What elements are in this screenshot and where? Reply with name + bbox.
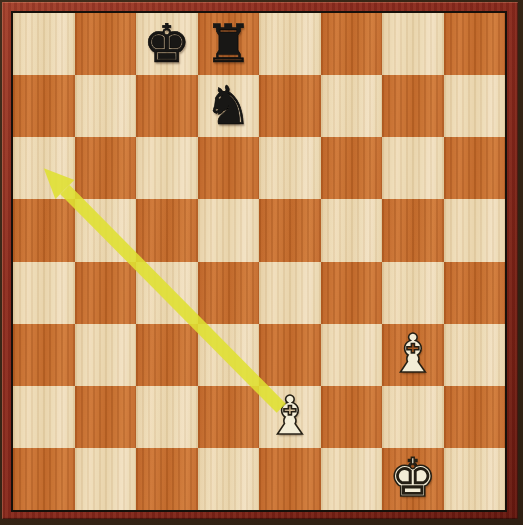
square-a8[interactable] xyxy=(13,13,75,75)
square-a7[interactable] xyxy=(13,75,75,137)
square-f6[interactable] xyxy=(321,137,383,199)
square-e8[interactable] xyxy=(259,13,321,75)
square-h6[interactable] xyxy=(444,137,506,199)
square-f7[interactable] xyxy=(321,75,383,137)
square-b6[interactable] xyxy=(75,137,137,199)
square-f2[interactable] xyxy=(321,386,383,448)
square-e5[interactable] xyxy=(259,199,321,261)
square-g4[interactable] xyxy=(382,262,444,324)
square-a4[interactable] xyxy=(13,262,75,324)
chess-board: ♚♜♞♝♝♚ xyxy=(11,11,507,512)
square-g5[interactable] xyxy=(382,199,444,261)
square-c2[interactable] xyxy=(136,386,198,448)
square-g2[interactable] xyxy=(382,386,444,448)
square-g8[interactable] xyxy=(382,13,444,75)
square-h7[interactable] xyxy=(444,75,506,137)
square-h4[interactable] xyxy=(444,262,506,324)
piece-black-knight-d7[interactable]: ♞ xyxy=(204,79,252,132)
square-b1[interactable] xyxy=(75,448,137,510)
square-g7[interactable] xyxy=(382,75,444,137)
square-a2[interactable] xyxy=(13,386,75,448)
square-e1[interactable] xyxy=(259,448,321,510)
square-d2[interactable] xyxy=(198,386,260,448)
square-b4[interactable] xyxy=(75,262,137,324)
square-f5[interactable] xyxy=(321,199,383,261)
square-c7[interactable] xyxy=(136,75,198,137)
piece-white-bishop-e2[interactable]: ♝ xyxy=(266,389,314,442)
square-g1[interactable]: ♚ xyxy=(382,448,444,510)
square-b7[interactable] xyxy=(75,75,137,137)
square-e7[interactable] xyxy=(259,75,321,137)
square-c4[interactable] xyxy=(136,262,198,324)
square-c5[interactable] xyxy=(136,199,198,261)
square-d6[interactable] xyxy=(198,137,260,199)
square-a3[interactable] xyxy=(13,324,75,386)
square-a1[interactable] xyxy=(13,448,75,510)
board-grid: ♚♜♞♝♝♚ xyxy=(13,13,505,510)
square-h3[interactable] xyxy=(444,324,506,386)
square-f4[interactable] xyxy=(321,262,383,324)
square-f3[interactable] xyxy=(321,324,383,386)
square-c1[interactable] xyxy=(136,448,198,510)
square-d7[interactable]: ♞ xyxy=(198,75,260,137)
square-e3[interactable] xyxy=(259,324,321,386)
square-h5[interactable] xyxy=(444,199,506,261)
square-b8[interactable] xyxy=(75,13,137,75)
square-d1[interactable] xyxy=(198,448,260,510)
square-b2[interactable] xyxy=(75,386,137,448)
square-c3[interactable] xyxy=(136,324,198,386)
square-h1[interactable] xyxy=(444,448,506,510)
square-d4[interactable] xyxy=(198,262,260,324)
square-d8[interactable]: ♜ xyxy=(198,13,260,75)
square-d3[interactable] xyxy=(198,324,260,386)
square-e6[interactable] xyxy=(259,137,321,199)
square-b5[interactable] xyxy=(75,199,137,261)
square-f1[interactable] xyxy=(321,448,383,510)
square-f8[interactable] xyxy=(321,13,383,75)
square-c6[interactable] xyxy=(136,137,198,199)
square-h2[interactable] xyxy=(444,386,506,448)
square-d5[interactable] xyxy=(198,199,260,261)
square-g3[interactable]: ♝ xyxy=(382,324,444,386)
piece-black-rook-d8[interactable]: ♜ xyxy=(204,17,252,70)
square-h8[interactable] xyxy=(444,13,506,75)
chess-app-window: ♚♜♞♝♝♚ xyxy=(0,0,523,525)
square-g6[interactable] xyxy=(382,137,444,199)
piece-white-bishop-g3[interactable]: ♝ xyxy=(389,327,437,380)
square-a6[interactable] xyxy=(13,137,75,199)
square-e4[interactable] xyxy=(259,262,321,324)
piece-black-king-c8[interactable]: ♚ xyxy=(143,17,191,70)
square-c8[interactable]: ♚ xyxy=(136,13,198,75)
piece-white-king-g1[interactable]: ♚ xyxy=(389,451,437,504)
square-b3[interactable] xyxy=(75,324,137,386)
square-a5[interactable] xyxy=(13,199,75,261)
square-e2[interactable]: ♝ xyxy=(259,386,321,448)
